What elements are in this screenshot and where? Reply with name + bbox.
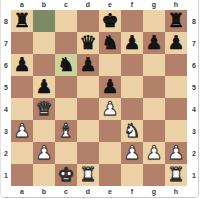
rank-labels-left: 87654321 bbox=[1, 10, 11, 186]
black-rook: ♜ bbox=[13, 10, 30, 32]
square-b6[interactable] bbox=[33, 54, 55, 76]
rank-label-5: 5 bbox=[189, 76, 199, 98]
file-label-g: g bbox=[143, 188, 165, 198]
file-label-h: h bbox=[165, 188, 187, 198]
square-a2[interactable] bbox=[11, 142, 33, 164]
square-h2[interactable]: ♟ bbox=[165, 142, 187, 164]
square-h5[interactable] bbox=[165, 76, 187, 98]
square-e5[interactable]: ♟ bbox=[99, 76, 121, 98]
black-king: ♚ bbox=[101, 10, 118, 32]
white-pawn: ♟ bbox=[167, 142, 184, 164]
white-pawn: ♟ bbox=[123, 142, 140, 164]
square-g7[interactable]: ♟ bbox=[143, 32, 165, 54]
square-h6[interactable] bbox=[165, 54, 187, 76]
white-pawn: ♟ bbox=[35, 142, 52, 164]
square-a1[interactable] bbox=[11, 164, 33, 186]
square-b4[interactable]: ♛ bbox=[33, 98, 55, 120]
square-b1[interactable] bbox=[33, 164, 55, 186]
black-rook: ♜ bbox=[167, 10, 184, 32]
rank-label-8: 8 bbox=[189, 10, 199, 32]
file-label-e: e bbox=[99, 188, 121, 198]
square-d6[interactable]: ♟ bbox=[77, 54, 99, 76]
white-pawn: ♟ bbox=[101, 98, 118, 120]
square-e4[interactable]: ♟ bbox=[99, 98, 121, 120]
white-rook: ♜ bbox=[167, 164, 184, 186]
square-a3[interactable]: ♟ bbox=[11, 120, 33, 142]
square-a5[interactable] bbox=[11, 76, 33, 98]
square-g3[interactable] bbox=[143, 120, 165, 142]
square-f5[interactable] bbox=[121, 76, 143, 98]
file-label-f: f bbox=[121, 188, 143, 198]
black-pawn: ♟ bbox=[167, 32, 184, 54]
square-e6[interactable] bbox=[99, 54, 121, 76]
square-b2[interactable]: ♟ bbox=[33, 142, 55, 164]
black-pawn: ♟ bbox=[145, 32, 162, 54]
rank-label-3: 3 bbox=[189, 120, 199, 142]
square-e3[interactable] bbox=[99, 120, 121, 142]
square-a6[interactable]: ♟ bbox=[11, 54, 33, 76]
square-g6[interactable] bbox=[143, 54, 165, 76]
black-pawn: ♟ bbox=[101, 76, 118, 98]
square-g1[interactable] bbox=[143, 164, 165, 186]
chess-board: ♜♚♜♛♞♟♟♟♟♞♟♟♟♛♟♟♝♞♟♟♟♟♚♜♜ bbox=[11, 10, 187, 186]
square-g2[interactable]: ♟ bbox=[143, 142, 165, 164]
rank-label-1: 1 bbox=[189, 164, 199, 186]
rank-label-7: 7 bbox=[1, 32, 11, 54]
black-queen: ♛ bbox=[79, 32, 96, 54]
square-e8[interactable]: ♚ bbox=[99, 10, 121, 32]
rank-label-5: 5 bbox=[1, 76, 11, 98]
file-label-c: c bbox=[55, 188, 77, 198]
white-bishop: ♝ bbox=[57, 120, 74, 142]
square-e2[interactable] bbox=[99, 142, 121, 164]
square-f2[interactable]: ♟ bbox=[121, 142, 143, 164]
square-b3[interactable] bbox=[33, 120, 55, 142]
square-d7[interactable]: ♛ bbox=[77, 32, 99, 54]
square-g5[interactable] bbox=[143, 76, 165, 98]
square-d4[interactable] bbox=[77, 98, 99, 120]
white-pawn: ♟ bbox=[145, 142, 162, 164]
square-d1[interactable]: ♜ bbox=[77, 164, 99, 186]
square-h7[interactable]: ♟ bbox=[165, 32, 187, 54]
rank-label-2: 2 bbox=[189, 142, 199, 164]
rank-label-2: 2 bbox=[1, 142, 11, 164]
rank-label-6: 6 bbox=[1, 54, 11, 76]
square-c1[interactable]: ♚ bbox=[55, 164, 77, 186]
square-c3[interactable]: ♝ bbox=[55, 120, 77, 142]
white-king: ♚ bbox=[57, 164, 74, 186]
black-pawn: ♟ bbox=[13, 54, 30, 76]
square-c2[interactable] bbox=[55, 142, 77, 164]
white-knight: ♞ bbox=[123, 120, 140, 142]
square-f3[interactable]: ♞ bbox=[121, 120, 143, 142]
square-e7[interactable]: ♞ bbox=[99, 32, 121, 54]
rank-labels-right: 87654321 bbox=[189, 10, 199, 186]
square-f1[interactable] bbox=[121, 164, 143, 186]
square-a4[interactable] bbox=[11, 98, 33, 120]
square-h3[interactable] bbox=[165, 120, 187, 142]
square-b5[interactable]: ♟ bbox=[33, 76, 55, 98]
rank-label-4: 4 bbox=[1, 98, 11, 120]
square-h4[interactable] bbox=[165, 98, 187, 120]
square-c4[interactable] bbox=[55, 98, 77, 120]
square-f7[interactable]: ♟ bbox=[121, 32, 143, 54]
white-rook: ♜ bbox=[79, 164, 96, 186]
square-c7[interactable] bbox=[55, 32, 77, 54]
chess-board-panel: abcdefgh 87654321 ♜♚♜♛♞♟♟♟♟♞♟♟♟♛♟♟♝♞♟♟♟♟… bbox=[0, 0, 199, 198]
square-f6[interactable] bbox=[121, 54, 143, 76]
square-e1[interactable] bbox=[99, 164, 121, 186]
square-c6[interactable]: ♞ bbox=[55, 54, 77, 76]
file-label-d: d bbox=[77, 188, 99, 198]
square-c8[interactable] bbox=[55, 10, 77, 32]
file-label-b: b bbox=[33, 188, 55, 198]
square-d5[interactable] bbox=[77, 76, 99, 98]
black-pawn: ♟ bbox=[123, 32, 140, 54]
square-a7[interactable] bbox=[11, 32, 33, 54]
square-b8[interactable] bbox=[33, 10, 55, 32]
rank-label-3: 3 bbox=[1, 120, 11, 142]
square-g4[interactable] bbox=[143, 98, 165, 120]
square-c5[interactable] bbox=[55, 76, 77, 98]
rank-label-1: 1 bbox=[1, 164, 11, 186]
rank-label-4: 4 bbox=[189, 98, 199, 120]
square-d2[interactable] bbox=[77, 142, 99, 164]
rank-label-6: 6 bbox=[189, 54, 199, 76]
black-knight: ♞ bbox=[57, 54, 74, 76]
file-labels-bottom: abcdefgh bbox=[11, 188, 187, 198]
square-d3[interactable] bbox=[77, 120, 99, 142]
black-pawn: ♟ bbox=[35, 76, 52, 98]
black-knight: ♞ bbox=[101, 32, 118, 54]
file-label-a: a bbox=[11, 188, 33, 198]
rank-label-8: 8 bbox=[1, 10, 11, 32]
rank-label-7: 7 bbox=[189, 32, 199, 54]
square-f8[interactable] bbox=[121, 10, 143, 32]
square-a8[interactable]: ♜ bbox=[11, 10, 33, 32]
square-g8[interactable] bbox=[143, 10, 165, 32]
white-pawn: ♟ bbox=[13, 120, 30, 142]
black-pawn: ♟ bbox=[79, 54, 96, 76]
white-queen: ♛ bbox=[35, 98, 52, 120]
square-d8[interactable] bbox=[77, 10, 99, 32]
square-b7[interactable] bbox=[33, 32, 55, 54]
square-h1[interactable]: ♜ bbox=[165, 164, 187, 186]
square-f4[interactable] bbox=[121, 98, 143, 120]
square-h8[interactable]: ♜ bbox=[165, 10, 187, 32]
